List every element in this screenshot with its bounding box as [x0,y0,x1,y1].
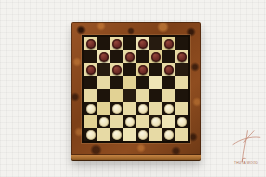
thuya-tree-logo-icon [231,130,261,162]
square-r4c6[interactable] [149,76,162,89]
square-r4c7[interactable] [162,76,175,89]
red-piece[interactable] [164,39,174,49]
square-r5c3[interactable] [110,89,123,102]
square-r5c7[interactable] [162,89,175,102]
square-r6c7[interactable] [162,102,175,115]
red-piece[interactable] [99,52,109,62]
square-r6c1[interactable] [84,102,97,115]
square-r1c8[interactable] [175,37,188,50]
square-r6c3[interactable] [110,102,123,115]
square-r1c5[interactable] [136,37,149,50]
red-piece[interactable] [138,39,148,49]
cream-piece[interactable] [138,104,148,114]
square-r6c5[interactable] [136,102,149,115]
square-r7c7[interactable] [162,115,175,128]
cream-piece[interactable] [164,104,174,114]
red-piece[interactable] [164,65,174,75]
red-piece[interactable] [112,39,122,49]
square-r7c4[interactable] [123,115,136,128]
cream-piece[interactable] [125,117,135,127]
checkers-board [71,22,201,161]
board-edge [71,155,201,161]
red-piece[interactable] [125,52,135,62]
square-r8c1[interactable] [84,128,97,141]
square-r6c8[interactable] [175,102,188,115]
square-r2c4[interactable] [123,50,136,63]
red-piece[interactable] [86,39,96,49]
square-r7c3[interactable] [110,115,123,128]
product-photo: THUYA WOOD [0,0,266,177]
square-r7c2[interactable] [97,115,110,128]
red-piece[interactable] [138,65,148,75]
square-r3c3[interactable] [110,63,123,76]
square-r2c5[interactable] [136,50,149,63]
square-r3c2[interactable] [97,63,110,76]
cream-piece[interactable] [112,104,122,114]
square-r1c1[interactable] [84,37,97,50]
square-r2c7[interactable] [162,50,175,63]
square-r4c3[interactable] [110,76,123,89]
red-piece[interactable] [112,65,122,75]
square-r1c2[interactable] [97,37,110,50]
cream-piece[interactable] [99,117,109,127]
square-r2c2[interactable] [97,50,110,63]
square-r5c5[interactable] [136,89,149,102]
square-r2c3[interactable] [110,50,123,63]
square-r4c1[interactable] [84,76,97,89]
square-r8c2[interactable] [97,128,110,141]
square-r5c6[interactable] [149,89,162,102]
square-r8c8[interactable] [175,128,188,141]
square-r2c1[interactable] [84,50,97,63]
square-r3c6[interactable] [149,63,162,76]
cream-piece[interactable] [177,117,187,127]
square-r3c1[interactable] [84,63,97,76]
brand-name: THUYA WOOD [224,161,266,165]
square-r3c5[interactable] [136,63,149,76]
square-r6c4[interactable] [123,102,136,115]
square-r7c6[interactable] [149,115,162,128]
square-r5c4[interactable] [123,89,136,102]
square-r5c1[interactable] [84,89,97,102]
square-r1c4[interactable] [123,37,136,50]
brand-watermark: THUYA WOOD [224,130,266,170]
square-r3c4[interactable] [123,63,136,76]
red-piece[interactable] [151,52,161,62]
red-piece[interactable] [86,65,96,75]
square-r1c3[interactable] [110,37,123,50]
square-r3c8[interactable] [175,63,188,76]
square-r8c5[interactable] [136,128,149,141]
square-r5c2[interactable] [97,89,110,102]
square-r8c7[interactable] [162,128,175,141]
cream-piece[interactable] [151,117,161,127]
square-r4c2[interactable] [97,76,110,89]
cream-piece[interactable] [164,130,174,140]
board-frame [71,22,201,155]
square-r3c7[interactable] [162,63,175,76]
cream-piece[interactable] [138,130,148,140]
red-piece[interactable] [177,52,187,62]
square-r7c1[interactable] [84,115,97,128]
square-r2c6[interactable] [149,50,162,63]
square-r7c5[interactable] [136,115,149,128]
square-r8c4[interactable] [123,128,136,141]
square-r1c6[interactable] [149,37,162,50]
board-grid [82,35,190,143]
square-r4c5[interactable] [136,76,149,89]
square-r8c3[interactable] [110,128,123,141]
square-r8c6[interactable] [149,128,162,141]
cream-piece[interactable] [86,104,96,114]
square-r1c7[interactable] [162,37,175,50]
square-r6c2[interactable] [97,102,110,115]
square-r6c6[interactable] [149,102,162,115]
square-r2c8[interactable] [175,50,188,63]
cream-piece[interactable] [86,130,96,140]
cream-piece[interactable] [112,130,122,140]
square-r4c4[interactable] [123,76,136,89]
square-r7c8[interactable] [175,115,188,128]
square-r5c8[interactable] [175,89,188,102]
square-r4c8[interactable] [175,76,188,89]
